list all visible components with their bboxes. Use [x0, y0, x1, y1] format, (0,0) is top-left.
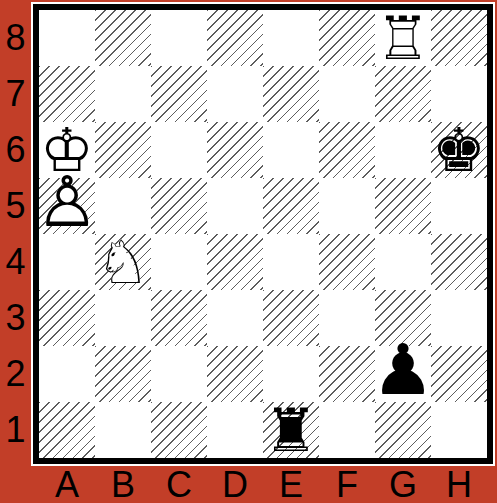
file-label-f: F	[319, 466, 375, 503]
square-b7[interactable]	[95, 66, 151, 122]
black-king[interactable]: ♚	[431, 122, 487, 178]
square-f2[interactable]	[319, 346, 375, 402]
square-f8[interactable]	[319, 10, 375, 66]
square-d1[interactable]	[207, 402, 263, 458]
rank-labels: 87654321	[0, 10, 31, 458]
square-a1[interactable]	[39, 402, 95, 458]
square-b8[interactable]	[95, 10, 151, 66]
square-d6[interactable]	[207, 122, 263, 178]
file-label-h: H	[431, 466, 487, 503]
square-h6[interactable]: ♚	[431, 122, 487, 178]
square-f6[interactable]	[319, 122, 375, 178]
square-e1[interactable]: ♜	[263, 402, 319, 458]
square-a5[interactable]: ♟♙	[39, 178, 95, 234]
file-label-d: D	[207, 466, 263, 503]
square-e8[interactable]	[263, 10, 319, 66]
square-h1[interactable]	[431, 402, 487, 458]
square-h7[interactable]	[431, 66, 487, 122]
black-rook[interactable]: ♜	[263, 402, 319, 458]
square-b4[interactable]: ♞♘	[95, 234, 151, 290]
file-labels: ABCDEFGH	[39, 466, 487, 503]
black-pawn[interactable]: ♟	[375, 342, 431, 398]
square-a4[interactable]	[39, 234, 95, 290]
square-d3[interactable]	[207, 290, 263, 346]
rank-label-3: 3	[0, 290, 31, 346]
square-h5[interactable]	[431, 178, 487, 234]
square-e7[interactable]	[263, 66, 319, 122]
square-h3[interactable]	[431, 290, 487, 346]
square-b1[interactable]	[95, 402, 151, 458]
file-label-e: E	[263, 466, 319, 503]
white-rook[interactable]: ♖	[375, 10, 431, 66]
square-e6[interactable]	[263, 122, 319, 178]
square-e5[interactable]	[263, 178, 319, 234]
white-knight[interactable]: ♘	[95, 234, 151, 290]
square-g1[interactable]	[375, 402, 431, 458]
square-b2[interactable]	[95, 346, 151, 402]
square-c2[interactable]	[151, 346, 207, 402]
rank-label-4: 4	[0, 234, 31, 290]
square-d2[interactable]	[207, 346, 263, 402]
square-b3[interactable]	[95, 290, 151, 346]
rank-label-6: 6	[0, 122, 31, 178]
square-h8[interactable]	[431, 10, 487, 66]
square-g4[interactable]	[375, 234, 431, 290]
square-a8[interactable]	[39, 10, 95, 66]
file-label-g: G	[375, 466, 431, 503]
square-e3[interactable]	[263, 290, 319, 346]
square-h4[interactable]	[431, 234, 487, 290]
square-d7[interactable]	[207, 66, 263, 122]
chess-board: ♜♖♚♔♚♟♙♞♘♟♜	[33, 4, 493, 464]
square-c4[interactable]	[151, 234, 207, 290]
square-d8[interactable]	[207, 10, 263, 66]
square-a2[interactable]	[39, 346, 95, 402]
square-e2[interactable]	[263, 346, 319, 402]
square-c3[interactable]	[151, 290, 207, 346]
square-g6[interactable]	[375, 122, 431, 178]
rank-label-1: 1	[0, 402, 31, 458]
square-d5[interactable]	[207, 178, 263, 234]
square-h2[interactable]	[431, 346, 487, 402]
white-pawn[interactable]: ♙	[39, 174, 95, 230]
square-a3[interactable]	[39, 290, 95, 346]
square-c8[interactable]	[151, 10, 207, 66]
square-e4[interactable]	[263, 234, 319, 290]
square-f4[interactable]	[319, 234, 375, 290]
board-frame: ♜♖♚♔♚♟♙♞♘♟♜	[31, 2, 495, 466]
rank-label-5: 5	[0, 178, 31, 234]
square-c5[interactable]	[151, 178, 207, 234]
rank-label-2: 2	[0, 346, 31, 402]
square-c1[interactable]	[151, 402, 207, 458]
file-label-a: A	[39, 466, 95, 503]
square-g5[interactable]	[375, 178, 431, 234]
square-f5[interactable]	[319, 178, 375, 234]
square-f3[interactable]	[319, 290, 375, 346]
rank-label-7: 7	[0, 66, 31, 122]
square-a7[interactable]	[39, 66, 95, 122]
square-b6[interactable]	[95, 122, 151, 178]
file-label-b: B	[95, 466, 151, 503]
square-f1[interactable]	[319, 402, 375, 458]
square-c7[interactable]	[151, 66, 207, 122]
square-g7[interactable]	[375, 66, 431, 122]
square-g2[interactable]: ♟	[375, 346, 431, 402]
square-d4[interactable]	[207, 234, 263, 290]
square-f7[interactable]	[319, 66, 375, 122]
square-c6[interactable]	[151, 122, 207, 178]
square-g8[interactable]: ♜♖	[375, 10, 431, 66]
rank-label-8: 8	[0, 10, 31, 66]
file-label-c: C	[151, 466, 207, 503]
square-b5[interactable]	[95, 178, 151, 234]
